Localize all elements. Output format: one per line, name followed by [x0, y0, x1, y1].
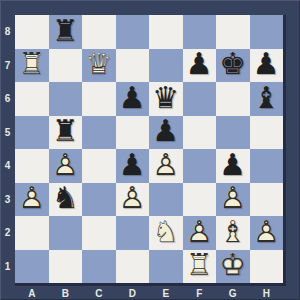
square-g4[interactable]: ♟	[216, 149, 250, 183]
square-e1[interactable]	[149, 250, 183, 284]
square-g6[interactable]	[216, 82, 250, 116]
piece-white-pawn[interactable]: ♟♙	[49, 149, 83, 183]
square-d1[interactable]	[116, 250, 150, 284]
piece-black-pawn[interactable]: ♟	[116, 149, 150, 183]
square-b1[interactable]	[49, 250, 83, 284]
file-label-d: D	[116, 287, 150, 300]
piece-black-knight[interactable]: ♞	[49, 183, 83, 217]
piece-black-king[interactable]: ♚	[216, 49, 250, 83]
square-a2[interactable]	[15, 216, 49, 250]
piece-black-rook[interactable]: ♜	[49, 116, 83, 150]
square-a7[interactable]: ♜♖	[15, 49, 49, 83]
square-c6[interactable]	[82, 82, 116, 116]
square-e5[interactable]: ♟	[149, 116, 183, 150]
piece-white-pawn[interactable]: ♟♙	[116, 183, 150, 217]
rank-label-4: 4	[0, 149, 15, 183]
square-h6[interactable]: ♝	[250, 82, 284, 116]
file-label-h: H	[250, 287, 284, 300]
square-h1[interactable]	[250, 250, 284, 284]
square-g7[interactable]: ♚	[216, 49, 250, 83]
square-c3[interactable]	[82, 183, 116, 217]
square-a4[interactable]	[15, 149, 49, 183]
square-g1[interactable]: ♚♔	[216, 250, 250, 284]
square-d6[interactable]: ♟	[116, 82, 150, 116]
square-c1[interactable]	[82, 250, 116, 284]
piece-white-queen[interactable]: ♛♕	[82, 49, 116, 83]
square-g5[interactable]	[216, 116, 250, 150]
square-e3[interactable]	[149, 183, 183, 217]
piece-white-pawn[interactable]: ♟♙	[149, 149, 183, 183]
file-label-a: A	[15, 287, 49, 300]
square-g8[interactable]	[216, 15, 250, 49]
rank-label-6: 6	[0, 82, 15, 116]
square-g2[interactable]: ♝♗	[216, 216, 250, 250]
square-a6[interactable]	[15, 82, 49, 116]
square-e8[interactable]	[149, 15, 183, 49]
square-a1[interactable]	[15, 250, 49, 284]
square-e7[interactable]	[149, 49, 183, 83]
piece-black-pawn[interactable]: ♟	[149, 116, 183, 150]
chess-board: ♜♜♖♛♕♟♚♟♟♛♝♜♟♟♙♟♟♙♟♟♙♞♟♙♟♙♞♘♟♙♝♗♟♙♜♖♚♔	[15, 15, 286, 286]
square-e6[interactable]: ♛	[149, 82, 183, 116]
square-a3[interactable]: ♟♙	[15, 183, 49, 217]
square-f7[interactable]: ♟	[183, 49, 217, 83]
square-d3[interactable]: ♟♙	[116, 183, 150, 217]
chess-diagram: ♜♜♖♛♕♟♚♟♟♛♝♜♟♟♙♟♟♙♟♟♙♞♟♙♟♙♞♘♟♙♝♗♟♙♜♖♚♔ 8…	[0, 0, 300, 300]
square-a5[interactable]	[15, 116, 49, 150]
piece-white-knight[interactable]: ♞♘	[149, 216, 183, 250]
piece-black-pawn[interactable]: ♟	[116, 82, 150, 116]
square-b3[interactable]: ♞	[49, 183, 83, 217]
square-f6[interactable]	[183, 82, 217, 116]
piece-white-rook[interactable]: ♜♖	[15, 49, 49, 83]
square-d4[interactable]: ♟	[116, 149, 150, 183]
file-label-b: B	[49, 287, 83, 300]
square-c5[interactable]	[82, 116, 116, 150]
square-h5[interactable]	[250, 116, 284, 150]
square-f5[interactable]	[183, 116, 217, 150]
square-d8[interactable]	[116, 15, 150, 49]
piece-white-pawn[interactable]: ♟♙	[183, 216, 217, 250]
square-a8[interactable]	[15, 15, 49, 49]
square-d2[interactable]	[116, 216, 150, 250]
piece-white-rook[interactable]: ♜♖	[183, 250, 217, 284]
piece-white-king[interactable]: ♚♔	[216, 250, 250, 284]
piece-black-pawn[interactable]: ♟	[216, 149, 250, 183]
file-label-c: C	[82, 287, 116, 300]
square-h3[interactable]	[250, 183, 284, 217]
piece-black-pawn[interactable]: ♟	[183, 49, 217, 83]
square-f4[interactable]	[183, 149, 217, 183]
rank-label-2: 2	[0, 216, 15, 250]
square-b5[interactable]: ♜	[49, 116, 83, 150]
square-b2[interactable]	[49, 216, 83, 250]
file-label-f: F	[183, 287, 217, 300]
piece-white-bishop[interactable]: ♝♗	[216, 216, 250, 250]
piece-white-pawn[interactable]: ♟♙	[216, 183, 250, 217]
square-c4[interactable]	[82, 149, 116, 183]
square-g3[interactable]: ♟♙	[216, 183, 250, 217]
rank-label-7: 7	[0, 49, 15, 83]
square-b8[interactable]: ♜	[49, 15, 83, 49]
square-h2[interactable]: ♟♙	[250, 216, 284, 250]
square-c2[interactable]	[82, 216, 116, 250]
square-h8[interactable]	[250, 15, 284, 49]
file-label-g: G	[216, 287, 250, 300]
square-b7[interactable]	[49, 49, 83, 83]
square-f8[interactable]	[183, 15, 217, 49]
square-b6[interactable]	[49, 82, 83, 116]
piece-black-pawn[interactable]: ♟	[250, 49, 284, 83]
square-e2[interactable]: ♞♘	[149, 216, 183, 250]
square-f3[interactable]	[183, 183, 217, 217]
square-d7[interactable]	[116, 49, 150, 83]
rank-label-8: 8	[0, 15, 15, 49]
square-b4[interactable]: ♟♙	[49, 149, 83, 183]
square-f2[interactable]: ♟♙	[183, 216, 217, 250]
square-h4[interactable]	[250, 149, 284, 183]
square-c8[interactable]	[82, 15, 116, 49]
file-label-e: E	[149, 287, 183, 300]
piece-black-bishop[interactable]: ♝	[250, 82, 284, 116]
piece-black-queen[interactable]: ♛	[149, 82, 183, 116]
piece-white-pawn[interactable]: ♟♙	[15, 183, 49, 217]
square-h7[interactable]: ♟	[250, 49, 284, 83]
square-e4[interactable]: ♟♙	[149, 149, 183, 183]
rank-label-1: 1	[0, 250, 15, 284]
rank-label-5: 5	[0, 116, 15, 150]
square-f1[interactable]: ♜♖	[183, 250, 217, 284]
rank-label-3: 3	[0, 183, 15, 217]
piece-white-pawn[interactable]: ♟♙	[250, 216, 284, 250]
piece-black-rook[interactable]: ♜	[49, 15, 83, 49]
square-d5[interactable]	[116, 116, 150, 150]
square-c7[interactable]: ♛♕	[82, 49, 116, 83]
